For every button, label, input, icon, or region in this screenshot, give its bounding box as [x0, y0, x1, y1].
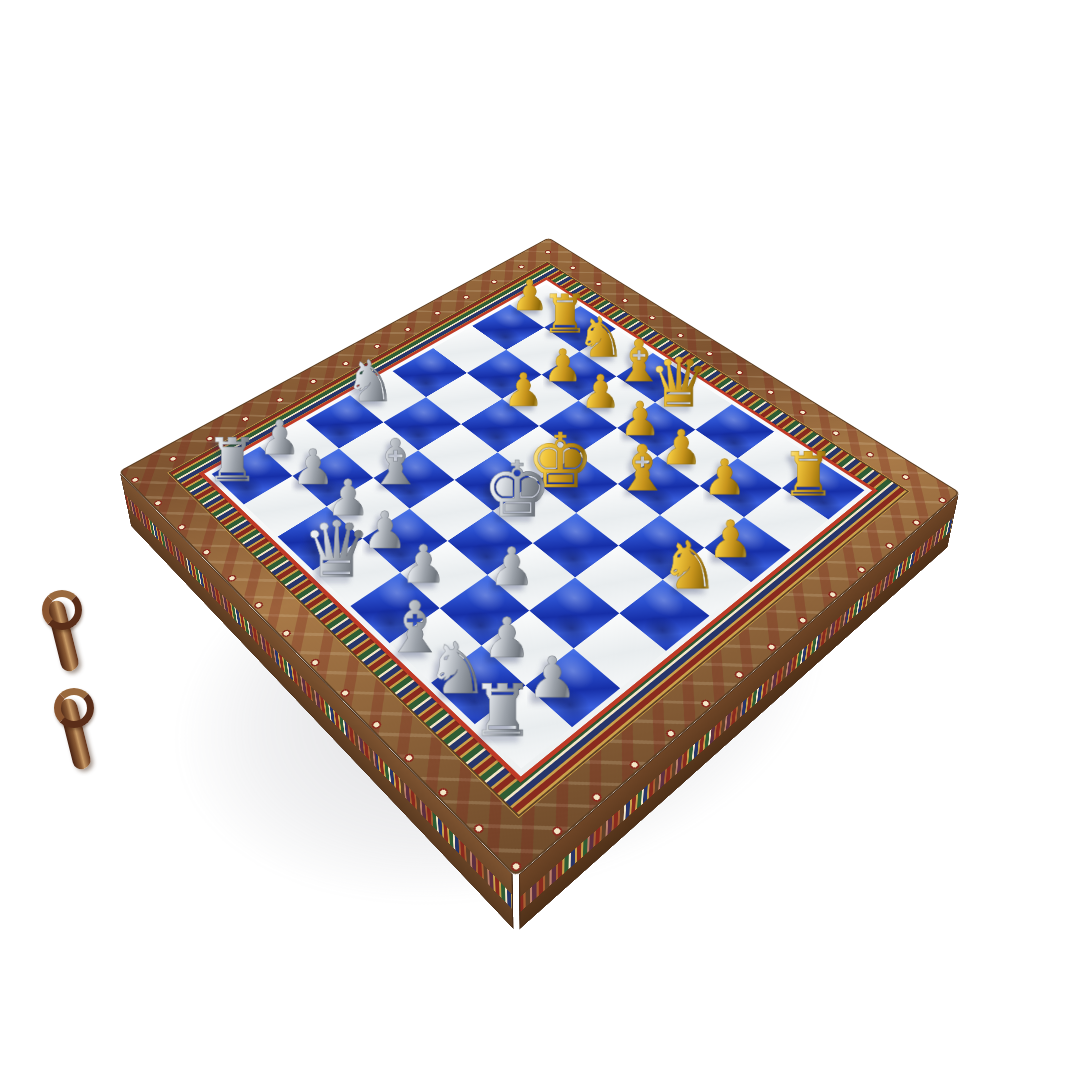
chess-box: ♟♜♞♝♛♜♟♟♟♟♟♟♝♟♚♞♞♚♝♟♟♟♟♟♟♟♟♜♛♝♞♜	[118, 237, 960, 877]
silver-rook-a1[interactable]: ♜	[205, 431, 258, 490]
gold-knight-h5[interactable]: ♞	[660, 532, 719, 598]
silver-pawn-e2[interactable]: ♟	[400, 539, 447, 591]
box-clasp-lower	[54, 688, 110, 780]
silver-pawn-g2[interactable]: ♟	[482, 611, 531, 666]
gold-pawn-c6[interactable]: ♟	[503, 367, 544, 413]
silver-rook-h1[interactable]: ♜	[470, 675, 534, 746]
scene: ♟♜♞♝♛♜♟♟♟♟♟♟♝♟♚♞♞♚♝♟♟♟♟♟♟♟♟♜♛♝♞♜	[0, 0, 1080, 1080]
gold-pawn-c7[interactable]: ♟	[543, 344, 583, 389]
silver-pawn-h2[interactable]: ♟	[527, 650, 578, 707]
silver-bishop-c3[interactable]: ♝	[367, 431, 423, 494]
silver-king-e4[interactable]: ♚	[483, 451, 552, 528]
box-clasp-upper	[42, 590, 98, 682]
product-photo: ♟♜♞♝♛♜♟♟♟♟♟♟♝♟♚♞♞♚♝♟♟♟♟♟♟♟♟♜♛♝♞♜	[0, 0, 1080, 1080]
silver-queen-d1[interactable]: ♛	[302, 512, 371, 589]
gold-rook-h8[interactable]: ♜	[781, 445, 835, 505]
gold-pawn-g7[interactable]: ♟	[703, 453, 747, 502]
gold-bishop-f6[interactable]: ♝	[614, 437, 671, 500]
box-top: ♟♜♞♝♛♜♟♟♟♟♟♟♝♟♚♞♞♚♝♟♟♟♟♟♟♟♟♜♛♝♞♜	[118, 237, 960, 877]
gold-pawn-d7[interactable]: ♟	[580, 369, 621, 415]
silver-knight-a4[interactable]: ♞	[345, 353, 396, 410]
silver-pawn-f3[interactable]: ♟	[488, 541, 535, 593]
